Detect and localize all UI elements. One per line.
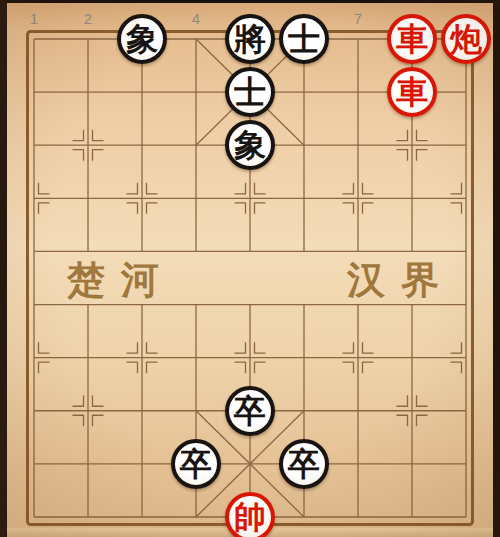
piece-black-elephant[interactable]: 象 [117, 14, 167, 64]
piece-red-general[interactable]: 帥 [225, 492, 275, 537]
piece-black-pawn[interactable]: 卒 [279, 439, 329, 489]
xiangqi-app: 123456789 楚河 汉界 象將士車炮士車象卒卒卒帥 [0, 0, 500, 537]
piece-black-pawn[interactable]: 卒 [171, 439, 221, 489]
piece-black-advisor[interactable]: 士 [225, 67, 275, 117]
piece-red-chariot[interactable]: 車 [387, 67, 437, 117]
piece-red-chariot[interactable]: 車 [387, 14, 437, 64]
piece-layer: 象將士車炮士車象卒卒卒帥 [7, 12, 493, 537]
piece-red-cannon[interactable]: 炮 [441, 14, 491, 64]
piece-black-advisor[interactable]: 士 [279, 14, 329, 64]
piece-black-elephant[interactable]: 象 [225, 120, 275, 170]
piece-black-pawn[interactable]: 卒 [225, 386, 275, 436]
piece-black-general[interactable]: 將 [225, 14, 275, 64]
